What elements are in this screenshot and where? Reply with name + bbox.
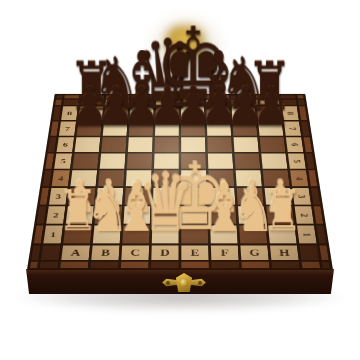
border-cell xyxy=(45,153,54,168)
border-cell xyxy=(302,262,321,268)
square-h6[interactable] xyxy=(260,137,286,152)
rank-label-5-left: 5 xyxy=(54,153,72,168)
border-cell xyxy=(41,245,60,260)
square-a5[interactable] xyxy=(73,153,99,168)
border-cell xyxy=(304,137,312,152)
file-label-G: G xyxy=(240,245,268,260)
square-g6[interactable] xyxy=(234,137,259,152)
border-cell xyxy=(317,225,327,243)
border-cell xyxy=(322,262,330,268)
file-label-F: F xyxy=(211,245,239,260)
border-cell xyxy=(151,262,179,268)
rank-label-5-right: 5 xyxy=(288,153,306,168)
latch-screw-hole-icon xyxy=(198,281,202,285)
border-cell xyxy=(308,170,317,186)
border-cell xyxy=(31,245,40,260)
border-cell xyxy=(320,245,329,260)
border-cell xyxy=(40,262,59,268)
chess-board[interactable]: 8877665544332211ABCDEFGH♜♞♝♛♚♝♞♜♟♟♟♟♟♟♟♟… xyxy=(27,94,333,270)
rank-label-6-right: 6 xyxy=(286,137,304,152)
border-cell xyxy=(48,137,56,152)
border-cell xyxy=(53,106,61,120)
brass-latch-knob-icon xyxy=(180,279,188,287)
border-cell xyxy=(40,188,49,205)
border-cell xyxy=(272,262,300,268)
product-photo-page: 8877665544332211ABCDEFGH♜♞♝♛♚♝♞♜♟♟♟♟♟♟♟♟… xyxy=(0,0,360,360)
border-cell xyxy=(37,206,46,223)
border-cell xyxy=(314,206,323,223)
border-cell xyxy=(121,262,149,268)
border-cell xyxy=(241,262,269,268)
border-cell xyxy=(55,100,62,105)
border-cell xyxy=(43,170,52,186)
border-cell xyxy=(300,245,319,260)
square-g5[interactable] xyxy=(235,153,261,168)
square-b6[interactable] xyxy=(101,137,126,152)
latch-screw-hole-icon xyxy=(166,281,170,285)
border-cell xyxy=(34,225,44,243)
file-label-A: A xyxy=(61,245,90,260)
border-cell xyxy=(311,188,320,205)
border-cell xyxy=(301,121,309,135)
border-cell xyxy=(181,262,209,268)
square-h5[interactable] xyxy=(261,153,287,168)
border-cell xyxy=(60,262,88,268)
file-label-D: D xyxy=(151,245,178,260)
file-label-B: B xyxy=(91,245,119,260)
border-cell xyxy=(30,262,38,268)
border-cell xyxy=(56,95,62,98)
file-label-C: C xyxy=(121,245,149,260)
rank-label-6-left: 6 xyxy=(57,137,75,152)
border-cell xyxy=(211,262,239,268)
square-c6[interactable] xyxy=(128,137,153,152)
border-cell xyxy=(298,100,305,105)
square-b5[interactable] xyxy=(100,153,126,168)
border-cell xyxy=(299,106,307,120)
border-cell xyxy=(297,95,303,98)
square-a6[interactable] xyxy=(75,137,101,152)
file-label-E: E xyxy=(181,245,208,260)
border-cell xyxy=(306,153,315,168)
file-label-H: H xyxy=(270,245,299,260)
border-cell xyxy=(91,262,119,268)
border-cell xyxy=(50,121,58,135)
